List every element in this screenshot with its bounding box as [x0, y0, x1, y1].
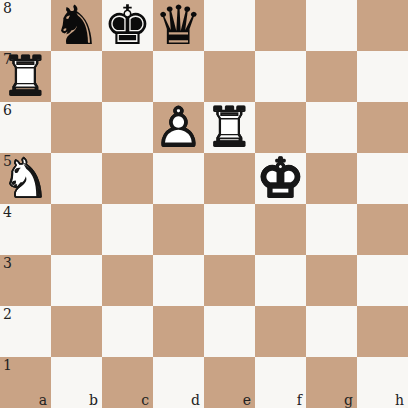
square-a4[interactable]: 4 [0, 204, 51, 255]
square-d7[interactable] [153, 51, 204, 102]
square-e4[interactable] [204, 204, 255, 255]
rank-label-3: 3 [3, 256, 12, 271]
square-b5[interactable] [51, 153, 102, 204]
white-king-glyph: ♚ [255, 153, 306, 204]
square-a8[interactable]: 8 [0, 0, 51, 51]
square-h3[interactable] [357, 255, 408, 306]
square-e1[interactable]: e [204, 357, 255, 408]
square-f8[interactable] [255, 0, 306, 51]
square-c2[interactable] [102, 306, 153, 357]
square-e2[interactable] [204, 306, 255, 357]
square-b4[interactable] [51, 204, 102, 255]
piece-black-knight: ♞ [51, 0, 102, 51]
black-knight-glyph: ♞ [51, 0, 102, 51]
square-c1[interactable]: c [102, 357, 153, 408]
piece-white-rook: ♜♖ [204, 102, 255, 153]
square-h5[interactable] [357, 153, 408, 204]
square-h1[interactable]: h [357, 357, 408, 408]
square-a2[interactable]: 2 [0, 306, 51, 357]
square-a6[interactable]: 6 [0, 102, 51, 153]
rank-label-4: 4 [3, 205, 12, 220]
square-e8[interactable] [204, 0, 255, 51]
square-a7[interactable]: 7♜♖ [0, 51, 51, 102]
white-rook-outline: ♖ [204, 102, 255, 153]
rank-label-5: 5 [3, 154, 12, 169]
square-c3[interactable] [102, 255, 153, 306]
square-f5[interactable]: ♚♔ [255, 153, 306, 204]
square-b2[interactable] [51, 306, 102, 357]
rank-label-7: 7 [3, 52, 12, 67]
square-d2[interactable] [153, 306, 204, 357]
square-g4[interactable] [306, 204, 357, 255]
square-c8[interactable]: ♚ [102, 0, 153, 51]
square-a1[interactable]: 1a [0, 357, 51, 408]
square-b8[interactable]: ♞ [51, 0, 102, 51]
square-d3[interactable] [153, 255, 204, 306]
square-g8[interactable] [306, 0, 357, 51]
square-g5[interactable] [306, 153, 357, 204]
chess-board: 8♞♚♛7♜♖6♟♙♜♖5♞♘♚♔4321abcdefgh [0, 0, 408, 408]
square-c6[interactable] [102, 102, 153, 153]
square-d1[interactable]: d [153, 357, 204, 408]
square-g2[interactable] [306, 306, 357, 357]
square-f7[interactable] [255, 51, 306, 102]
square-c7[interactable] [102, 51, 153, 102]
piece-black-queen: ♛ [153, 0, 204, 51]
square-g7[interactable] [306, 51, 357, 102]
square-f4[interactable] [255, 204, 306, 255]
file-label-b: b [89, 393, 98, 407]
file-label-e: e [243, 393, 251, 407]
black-queen-glyph: ♛ [153, 0, 204, 51]
square-g6[interactable] [306, 102, 357, 153]
square-h8[interactable] [357, 0, 408, 51]
square-h2[interactable] [357, 306, 408, 357]
rank-label-6: 6 [3, 103, 12, 118]
white-pawn-outline: ♙ [153, 102, 204, 153]
square-f2[interactable] [255, 306, 306, 357]
square-h4[interactable] [357, 204, 408, 255]
square-e3[interactable] [204, 255, 255, 306]
square-e5[interactable] [204, 153, 255, 204]
square-h6[interactable] [357, 102, 408, 153]
square-e6[interactable]: ♜♖ [204, 102, 255, 153]
square-g3[interactable] [306, 255, 357, 306]
file-label-g: g [344, 393, 353, 407]
square-c4[interactable] [102, 204, 153, 255]
square-d4[interactable] [153, 204, 204, 255]
square-d6[interactable]: ♟♙ [153, 102, 204, 153]
square-d5[interactable] [153, 153, 204, 204]
rank-label-2: 2 [3, 307, 12, 322]
square-f1[interactable]: f [255, 357, 306, 408]
square-a3[interactable]: 3 [0, 255, 51, 306]
file-label-h: h [395, 393, 404, 407]
black-king-glyph: ♚ [102, 0, 153, 51]
file-label-f: f [297, 393, 302, 407]
piece-black-king: ♚ [102, 0, 153, 51]
square-b3[interactable] [51, 255, 102, 306]
white-king-outline: ♔ [255, 153, 306, 204]
file-label-a: a [39, 393, 47, 407]
piece-white-pawn: ♟♙ [153, 102, 204, 153]
square-c5[interactable] [102, 153, 153, 204]
file-label-d: d [191, 393, 200, 407]
square-e7[interactable] [204, 51, 255, 102]
white-pawn-glyph: ♟ [153, 102, 204, 153]
piece-white-king: ♚♔ [255, 153, 306, 204]
rank-label-1: 1 [3, 358, 12, 373]
square-b6[interactable] [51, 102, 102, 153]
square-d8[interactable]: ♛ [153, 0, 204, 51]
square-f6[interactable] [255, 102, 306, 153]
square-b7[interactable] [51, 51, 102, 102]
square-h7[interactable] [357, 51, 408, 102]
file-label-c: c [141, 393, 149, 407]
square-f3[interactable] [255, 255, 306, 306]
rank-label-8: 8 [3, 1, 12, 16]
square-a5[interactable]: 5♞♘ [0, 153, 51, 204]
white-rook-glyph: ♜ [204, 102, 255, 153]
square-g1[interactable]: g [306, 357, 357, 408]
square-b1[interactable]: b [51, 357, 102, 408]
